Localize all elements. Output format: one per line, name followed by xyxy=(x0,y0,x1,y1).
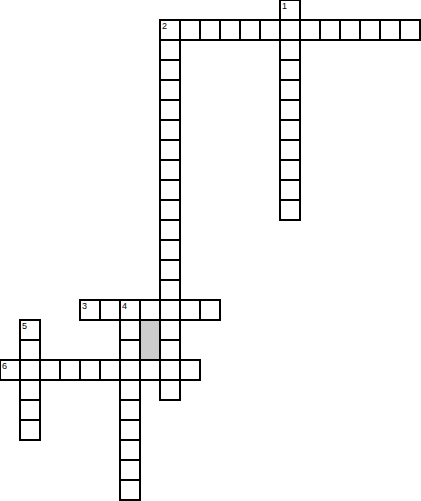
crossword-cell[interactable] xyxy=(159,359,181,381)
crossword-cell[interactable] xyxy=(179,299,201,321)
crossword-cell[interactable] xyxy=(159,79,181,101)
clue-number: 2 xyxy=(162,21,167,31)
crossword-cell[interactable] xyxy=(159,159,181,181)
crossword-cell[interactable]: 3 xyxy=(79,299,101,321)
crossword-cell[interactable] xyxy=(319,19,341,41)
crossword-cell[interactable] xyxy=(139,299,161,321)
crossword-cell[interactable] xyxy=(159,39,181,61)
crossword-cell[interactable] xyxy=(299,19,321,41)
crossword-cell[interactable] xyxy=(119,479,141,501)
crossword-cell[interactable]: 5 xyxy=(19,319,41,341)
crossword-cell[interactable] xyxy=(119,439,141,461)
crossword-cell[interactable] xyxy=(99,299,121,321)
crossword-cell[interactable] xyxy=(379,19,401,41)
crossword-cell[interactable] xyxy=(139,359,161,381)
clue-number: 6 xyxy=(2,361,7,371)
crossword-cell[interactable] xyxy=(119,359,141,381)
clue-number: 5 xyxy=(22,321,27,331)
crossword-cell[interactable] xyxy=(219,19,241,41)
crossword-cell[interactable] xyxy=(259,19,281,41)
crossword-cell[interactable] xyxy=(179,19,201,41)
crossword-cell[interactable] xyxy=(119,459,141,481)
crossword-cell[interactable] xyxy=(119,339,141,361)
crossword-cell[interactable] xyxy=(159,379,181,401)
clue-number: 3 xyxy=(82,301,87,311)
page: { "game": "crossword", "board": { "cols"… xyxy=(0,0,421,501)
gray-cell xyxy=(139,319,161,361)
crossword-cell[interactable] xyxy=(19,339,41,361)
crossword-cell[interactable] xyxy=(159,59,181,81)
crossword-cell[interactable] xyxy=(19,379,41,401)
crossword-cell[interactable] xyxy=(99,359,121,381)
crossword-cell[interactable] xyxy=(279,19,301,41)
crossword-cell[interactable] xyxy=(159,199,181,221)
crossword-cell[interactable] xyxy=(279,79,301,101)
crossword-cell[interactable] xyxy=(159,139,181,161)
crossword-cell[interactable]: 4 xyxy=(119,299,141,321)
crossword-cell[interactable] xyxy=(279,199,301,221)
crossword-cell[interactable] xyxy=(279,59,301,81)
crossword-cell[interactable] xyxy=(159,279,181,301)
crossword-cell[interactable] xyxy=(199,299,221,321)
crossword-cell[interactable] xyxy=(279,139,301,161)
crossword-cell[interactable] xyxy=(159,239,181,261)
crossword-cell[interactable] xyxy=(279,99,301,121)
crossword-cell[interactable] xyxy=(159,259,181,281)
crossword-cell[interactable] xyxy=(79,359,101,381)
crossword-cell[interactable] xyxy=(119,399,141,421)
crossword-cell[interactable] xyxy=(159,339,181,361)
crossword-cell[interactable] xyxy=(339,19,361,41)
crossword-cell[interactable] xyxy=(199,19,221,41)
crossword-cell[interactable] xyxy=(59,359,81,381)
crossword-cell[interactable] xyxy=(359,19,381,41)
crossword-cell[interactable] xyxy=(159,119,181,141)
crossword-cell[interactable]: 6 xyxy=(0,359,21,381)
crossword-cell[interactable] xyxy=(19,399,41,421)
crossword-cell[interactable] xyxy=(279,39,301,61)
crossword-cell[interactable] xyxy=(119,379,141,401)
crossword-cell[interactable] xyxy=(19,359,41,381)
crossword-cell[interactable] xyxy=(119,419,141,441)
clue-number: 4 xyxy=(122,301,127,311)
crossword-cell[interactable] xyxy=(119,319,141,341)
crossword-cell[interactable] xyxy=(159,179,181,201)
crossword-cell[interactable] xyxy=(159,319,181,341)
crossword-cell[interactable] xyxy=(279,159,301,181)
crossword-cell[interactable] xyxy=(159,99,181,121)
crossword-cell[interactable] xyxy=(159,299,181,321)
crossword-cell[interactable] xyxy=(39,359,61,381)
crossword-cell[interactable]: 1 xyxy=(279,0,301,21)
crossword-cell[interactable] xyxy=(19,419,41,441)
crossword-cell[interactable] xyxy=(179,359,201,381)
crossword-cell[interactable] xyxy=(279,119,301,141)
crossword-cell[interactable]: 2 xyxy=(159,19,181,41)
crossword-board: 123456 xyxy=(0,0,421,501)
crossword-cell[interactable] xyxy=(239,19,261,41)
crossword-cell[interactable] xyxy=(399,19,421,41)
clue-number: 1 xyxy=(282,1,287,11)
crossword-cell[interactable] xyxy=(159,219,181,241)
crossword-cell[interactable] xyxy=(279,179,301,201)
